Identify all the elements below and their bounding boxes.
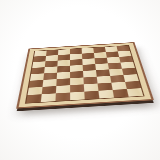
chessboard: [16, 42, 154, 109]
square-a1: [26, 94, 42, 103]
square-f1: [98, 90, 114, 99]
square-h1: [127, 88, 143, 97]
square-c1: [55, 92, 70, 101]
playing-field: [25, 45, 145, 104]
square-b1: [41, 93, 56, 102]
square-d1: [70, 92, 85, 101]
square-e1: [84, 91, 99, 100]
chessboard-3d-wrapper: [16, 42, 154, 109]
product-photo-background: [0, 0, 160, 160]
